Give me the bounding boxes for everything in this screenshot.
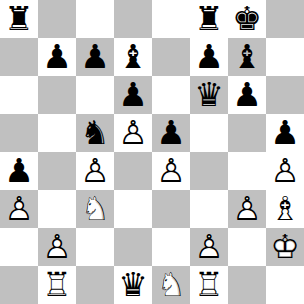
black-pawn-glyph: ♟: [38, 38, 76, 76]
white-rook[interactable]: ♜♖: [38, 266, 76, 304]
white-bishop-glyph: ♗: [266, 190, 304, 228]
black-knight[interactable]: ♞: [76, 114, 114, 152]
square-b8[interactable]: [38, 0, 76, 38]
black-queen-glyph: ♛: [114, 266, 152, 304]
square-a8[interactable]: ♜: [0, 0, 38, 38]
white-pawn[interactable]: ♟♙: [190, 228, 228, 266]
black-king-glyph: ♚: [228, 0, 266, 38]
square-f7[interactable]: ♟: [190, 38, 228, 76]
white-pawn-glyph: ♙: [228, 190, 266, 228]
black-pawn[interactable]: ♟: [76, 38, 114, 76]
square-g1[interactable]: [228, 266, 266, 304]
white-pawn[interactable]: ♟♙: [0, 190, 38, 228]
square-a6[interactable]: [0, 76, 38, 114]
black-pawn[interactable]: ♟: [114, 76, 152, 114]
square-d1[interactable]: ♛: [114, 266, 152, 304]
square-g5[interactable]: [228, 114, 266, 152]
white-pawn[interactable]: ♟♙: [152, 152, 190, 190]
black-rook-glyph: ♜: [0, 0, 38, 38]
square-c7[interactable]: ♟: [76, 38, 114, 76]
square-g2[interactable]: [228, 228, 266, 266]
black-queen-glyph: ♛: [190, 76, 228, 114]
black-pawn[interactable]: ♟: [266, 114, 304, 152]
square-d5[interactable]: ♟♙: [114, 114, 152, 152]
square-c8[interactable]: [76, 0, 114, 38]
white-pawn[interactable]: ♟♙: [38, 228, 76, 266]
black-rook-glyph: ♜: [190, 0, 228, 38]
square-f2[interactable]: ♟♙: [190, 228, 228, 266]
square-g3[interactable]: ♟♙: [228, 190, 266, 228]
white-knight[interactable]: ♞♘: [152, 266, 190, 304]
square-g8[interactable]: ♚: [228, 0, 266, 38]
black-king[interactable]: ♚: [228, 0, 266, 38]
square-c6[interactable]: [76, 76, 114, 114]
black-pawn-glyph: ♟: [266, 114, 304, 152]
square-e8[interactable]: [152, 0, 190, 38]
white-pawn[interactable]: ♟♙: [76, 152, 114, 190]
square-d6[interactable]: ♟: [114, 76, 152, 114]
white-pawn-glyph: ♙: [266, 152, 304, 190]
white-pawn-glyph: ♙: [38, 228, 76, 266]
black-pawn[interactable]: ♟: [38, 38, 76, 76]
white-pawn[interactable]: ♟♙: [266, 152, 304, 190]
square-b5[interactable]: [38, 114, 76, 152]
square-e1[interactable]: ♞♘: [152, 266, 190, 304]
white-pawn[interactable]: ♟♙: [114, 114, 152, 152]
white-pawn[interactable]: ♟♙: [228, 190, 266, 228]
square-f8[interactable]: ♜: [190, 0, 228, 38]
square-h5[interactable]: ♟: [266, 114, 304, 152]
square-b7[interactable]: ♟: [38, 38, 76, 76]
white-rook[interactable]: ♜♖: [190, 266, 228, 304]
square-e7[interactable]: [152, 38, 190, 76]
square-g4[interactable]: [228, 152, 266, 190]
black-rook[interactable]: ♜: [190, 0, 228, 38]
black-bishop-glyph: ♝: [114, 38, 152, 76]
square-h8[interactable]: [266, 0, 304, 38]
white-pawn-glyph: ♙: [76, 152, 114, 190]
square-e5[interactable]: ♟: [152, 114, 190, 152]
square-a5[interactable]: [0, 114, 38, 152]
square-d8[interactable]: [114, 0, 152, 38]
square-e2[interactable]: [152, 228, 190, 266]
black-pawn[interactable]: ♟: [0, 152, 38, 190]
square-f1[interactable]: ♜♖: [190, 266, 228, 304]
square-a3[interactable]: ♟♙: [0, 190, 38, 228]
white-pawn-glyph: ♙: [114, 114, 152, 152]
black-knight-glyph: ♞: [76, 114, 114, 152]
square-c5[interactable]: ♞: [76, 114, 114, 152]
square-a7[interactable]: [0, 38, 38, 76]
white-rook-glyph: ♖: [38, 266, 76, 304]
white-rook-glyph: ♖: [190, 266, 228, 304]
white-knight[interactable]: ♞♘: [76, 190, 114, 228]
square-h7[interactable]: [266, 38, 304, 76]
black-queen[interactable]: ♛: [190, 76, 228, 114]
square-b3[interactable]: [38, 190, 76, 228]
black-bishop-glyph: ♝: [228, 38, 266, 76]
square-b1[interactable]: ♜♖: [38, 266, 76, 304]
square-f4[interactable]: [190, 152, 228, 190]
black-pawn-glyph: ♟: [152, 114, 190, 152]
square-b4[interactable]: [38, 152, 76, 190]
black-pawn[interactable]: ♟: [152, 114, 190, 152]
white-knight-glyph: ♘: [152, 266, 190, 304]
square-h2[interactable]: ♚♔: [266, 228, 304, 266]
square-f3[interactable]: [190, 190, 228, 228]
square-g7[interactable]: ♝: [228, 38, 266, 76]
black-pawn-glyph: ♟: [76, 38, 114, 76]
square-a4[interactable]: ♟: [0, 152, 38, 190]
square-e3[interactable]: [152, 190, 190, 228]
square-b6[interactable]: [38, 76, 76, 114]
square-e4[interactable]: ♟♙: [152, 152, 190, 190]
black-bishop[interactable]: ♝: [114, 38, 152, 76]
black-pawn[interactable]: ♟: [190, 38, 228, 76]
square-h4[interactable]: ♟♙: [266, 152, 304, 190]
square-h3[interactable]: ♝♗: [266, 190, 304, 228]
square-a2[interactable]: [0, 228, 38, 266]
square-c4[interactable]: ♟♙: [76, 152, 114, 190]
white-pawn-glyph: ♙: [0, 190, 38, 228]
square-c2[interactable]: [76, 228, 114, 266]
square-g6[interactable]: ♟: [228, 76, 266, 114]
black-pawn-glyph: ♟: [0, 152, 38, 190]
square-h1[interactable]: [266, 266, 304, 304]
black-rook[interactable]: ♜: [0, 0, 38, 38]
square-h6[interactable]: [266, 76, 304, 114]
black-pawn-glyph: ♟: [228, 76, 266, 114]
square-a1[interactable]: [0, 266, 38, 304]
square-c1[interactable]: [76, 266, 114, 304]
square-f5[interactable]: [190, 114, 228, 152]
chess-diagram: ♜♜♚♟♟♝♟♝♟♛♟♞♟♙♟♟♟♟♙♟♙♟♙♟♙♞♘♟♙♝♗♟♙♟♙♚♔♜♖♛…: [0, 0, 304, 304]
black-pawn-glyph: ♟: [190, 38, 228, 76]
square-d2[interactable]: [114, 228, 152, 266]
white-king-glyph: ♔: [266, 228, 304, 266]
square-d3[interactable]: [114, 190, 152, 228]
chess-board: ♜♜♚♟♟♝♟♝♟♛♟♞♟♙♟♟♟♟♙♟♙♟♙♟♙♞♘♟♙♝♗♟♙♟♙♚♔♜♖♛…: [0, 0, 304, 304]
black-pawn-glyph: ♟: [114, 76, 152, 114]
square-c3[interactable]: ♞♘: [76, 190, 114, 228]
black-bishop[interactable]: ♝: [228, 38, 266, 76]
black-queen[interactable]: ♛: [114, 266, 152, 304]
square-d7[interactable]: ♝: [114, 38, 152, 76]
white-pawn-glyph: ♙: [190, 228, 228, 266]
square-e6[interactable]: [152, 76, 190, 114]
square-f6[interactable]: ♛: [190, 76, 228, 114]
black-pawn[interactable]: ♟: [228, 76, 266, 114]
white-king[interactable]: ♚♔: [266, 228, 304, 266]
white-pawn-glyph: ♙: [152, 152, 190, 190]
square-d4[interactable]: [114, 152, 152, 190]
white-knight-glyph: ♘: [76, 190, 114, 228]
white-bishop[interactable]: ♝♗: [266, 190, 304, 228]
square-b2[interactable]: ♟♙: [38, 228, 76, 266]
